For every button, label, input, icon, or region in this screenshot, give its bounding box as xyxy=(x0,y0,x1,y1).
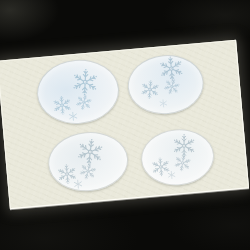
sticker-oval-top-left xyxy=(34,56,121,127)
sticker-oval-bottom-right xyxy=(139,126,217,188)
sticker-oval-top-right xyxy=(125,52,206,117)
sticker-oval-bottom-left xyxy=(46,129,131,195)
sparkle-icon xyxy=(158,98,168,108)
snowflake-icon xyxy=(161,76,182,97)
sparkle-icon xyxy=(67,110,78,121)
sparkle-icon xyxy=(73,179,84,190)
snowflake-icon xyxy=(173,153,194,174)
sticker-sheet xyxy=(0,40,249,209)
photo-background xyxy=(0,0,250,250)
sparkle-icon xyxy=(166,170,176,180)
snowflake-icon xyxy=(70,67,99,96)
snowflake-icon xyxy=(139,79,161,101)
